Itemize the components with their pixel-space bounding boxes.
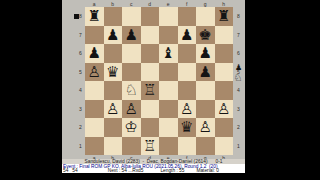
square-g6[interactable]: ♟	[196, 44, 215, 63]
piece-white-king: ♔	[122, 118, 141, 137]
square-b1[interactable]	[104, 137, 123, 156]
rank-label-1: 1	[234, 137, 243, 156]
square-a6[interactable]: ♟	[85, 44, 104, 63]
piece-black-pawn: ♟	[196, 44, 215, 63]
piece-black-rook: ♜	[85, 7, 104, 26]
piece-black-queen: ♛	[178, 118, 197, 137]
square-b5[interactable]: ♛	[104, 63, 123, 82]
piece-black-pawn: ♟	[85, 44, 104, 63]
piece-black-pawn: ♟	[122, 26, 141, 45]
square-g7[interactable]: ♚	[196, 26, 215, 45]
file-label-a: a	[85, 1, 104, 7]
square-h4[interactable]	[215, 81, 234, 100]
piece-white-knight: ♘	[122, 81, 141, 100]
square-g8[interactable]	[196, 7, 215, 26]
square-a3[interactable]	[85, 100, 104, 119]
white-knight-icon: ♘	[232, 72, 244, 84]
rank-label-3: 3	[76, 100, 85, 119]
square-a7[interactable]	[85, 26, 104, 45]
rank-label-7: 7	[234, 26, 243, 45]
square-e4[interactable]	[159, 81, 178, 100]
rank-label-2: 2	[234, 118, 243, 137]
square-f2[interactable]: ♛	[178, 118, 197, 137]
square-f3[interactable]: ♙	[178, 100, 197, 119]
square-f5[interactable]	[178, 63, 197, 82]
file-label-f: f	[178, 1, 197, 7]
game-length: Length : 55	[160, 169, 184, 173]
square-h6[interactable]	[215, 44, 234, 63]
piece-white-rook: ♖	[141, 137, 160, 156]
piece-black-king: ♚	[196, 26, 215, 45]
square-g4[interactable]	[196, 81, 215, 100]
square-d5[interactable]	[141, 63, 160, 82]
square-b8[interactable]	[104, 7, 123, 26]
square-d6[interactable]	[141, 44, 160, 63]
status-line: 54 54 Next : 54 ...Rxd5 Length : 55 Mate…	[62, 169, 245, 173]
piece-black-pawn: ♟	[196, 63, 215, 82]
file-label-b: b	[104, 1, 123, 7]
square-f7[interactable]: ♟	[178, 26, 197, 45]
square-g3[interactable]	[196, 100, 215, 119]
rank-label-4: 4	[76, 81, 85, 100]
file-label-e: e	[159, 1, 178, 7]
rank-label-5: 5	[76, 63, 85, 82]
file-label-g: g	[196, 1, 215, 7]
square-c7[interactable]: ♟	[122, 26, 141, 45]
square-c2[interactable]: ♔	[122, 118, 141, 137]
square-d1[interactable]: ♖	[141, 137, 160, 156]
square-c5[interactable]	[122, 63, 141, 82]
square-d3[interactable]	[141, 100, 160, 119]
square-b3[interactable]: ♙	[104, 100, 123, 119]
square-e3[interactable]	[159, 100, 178, 119]
square-e2[interactable]	[159, 118, 178, 137]
piece-black-pawn: ♟	[104, 26, 123, 45]
square-c3[interactable]: ♙	[122, 100, 141, 119]
side-to-move-indicator	[74, 14, 79, 20]
file-label-d: d	[141, 1, 160, 7]
square-g2[interactable]: ♙	[196, 118, 215, 137]
square-a4[interactable]	[85, 81, 104, 100]
rank-label-3: 3	[234, 100, 243, 119]
square-g1[interactable]	[196, 137, 215, 156]
square-b7[interactable]: ♟	[104, 26, 123, 45]
square-c4[interactable]: ♘	[122, 81, 141, 100]
piece-black-bishop: ♝	[159, 44, 178, 63]
piece-black-queen: ♛	[104, 63, 123, 82]
square-a5[interactable]: ♙	[85, 63, 104, 82]
square-f4[interactable]	[178, 81, 197, 100]
file-labels-top: abcdefgh	[85, 1, 233, 7]
piece-white-pawn: ♙	[104, 100, 123, 119]
square-a8[interactable]: ♜	[85, 7, 104, 26]
square-c1[interactable]	[122, 137, 141, 156]
piece-black-rook: ♜	[215, 7, 234, 26]
square-f6[interactable]	[178, 44, 197, 63]
rank-label-7: 7	[76, 26, 85, 45]
rank-label-6: 6	[234, 44, 243, 63]
square-d4[interactable]: ♖	[141, 81, 160, 100]
clock-white: 54	[63, 169, 68, 173]
clock-black: 54	[72, 169, 77, 173]
square-e7[interactable]	[159, 26, 178, 45]
square-e6[interactable]: ♝	[159, 44, 178, 63]
piece-white-pawn: ♙	[196, 118, 215, 137]
square-h8[interactable]: ♜	[215, 7, 234, 26]
rank-label-8: 8	[234, 7, 243, 26]
piece-white-rook: ♖	[141, 81, 160, 100]
rank-label-6: 6	[76, 44, 85, 63]
square-e8[interactable]	[159, 7, 178, 26]
square-h2[interactable]	[215, 118, 234, 137]
rank-label-2: 2	[76, 118, 85, 137]
square-b4[interactable]	[104, 81, 123, 100]
piece-white-pawn: ♙	[215, 100, 234, 119]
square-d8[interactable]	[141, 7, 160, 26]
material-label: Material: 0	[196, 169, 218, 173]
board: ♜♜♟♟♟♚♟♝♟♙♛♟♘♖♙♙♙♙♔♛♙♖	[85, 7, 233, 155]
square-h3[interactable]: ♙	[215, 100, 234, 119]
file-label-c: c	[122, 1, 141, 7]
square-g5[interactable]: ♟	[196, 63, 215, 82]
rank-labels-left: 87654321	[76, 7, 85, 155]
square-c8[interactable]	[122, 7, 141, 26]
piece-white-pawn: ♙	[178, 100, 197, 119]
square-h5[interactable]	[215, 63, 234, 82]
square-e5[interactable]	[159, 63, 178, 82]
piece-white-pawn: ♙	[85, 63, 104, 82]
square-e1[interactable]	[159, 137, 178, 156]
square-d2[interactable]	[141, 118, 160, 137]
next-move: Next : 54 ...Rxd5	[108, 169, 144, 173]
square-f1[interactable]	[178, 137, 197, 156]
square-b2[interactable]	[104, 118, 123, 137]
piece-white-pawn: ♙	[122, 100, 141, 119]
square-a1[interactable]	[85, 137, 104, 156]
square-c6[interactable]	[122, 44, 141, 63]
square-f8[interactable]	[178, 7, 197, 26]
square-b6[interactable]	[104, 44, 123, 63]
square-h1[interactable]	[215, 137, 234, 156]
rank-label-1: 1	[76, 137, 85, 156]
square-d7[interactable]	[141, 26, 160, 45]
square-h7[interactable]	[215, 26, 234, 45]
file-label-h: h	[215, 1, 234, 7]
caption-area: Event : Final ROM GP KO, Alba-Iulia ROU …	[62, 164, 245, 173]
piece-black-pawn: ♟	[178, 26, 197, 45]
square-a2[interactable]	[85, 118, 104, 137]
